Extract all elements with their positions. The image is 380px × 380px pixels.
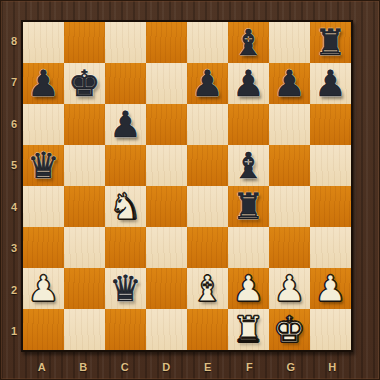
square-h7[interactable]: ♟ (310, 63, 351, 104)
white-king[interactable]: ♚ (269, 309, 310, 350)
square-c5[interactable] (105, 145, 146, 186)
square-b5[interactable] (64, 145, 105, 186)
square-d3[interactable] (146, 227, 187, 268)
square-d6[interactable] (146, 104, 187, 145)
square-h6[interactable] (310, 104, 351, 145)
square-f8[interactable]: ♝ (228, 22, 269, 63)
rank-label-4: 4 (1, 186, 21, 228)
black-queen[interactable]: ♛ (105, 268, 146, 309)
square-g6[interactable] (269, 104, 310, 145)
square-h3[interactable] (310, 227, 351, 268)
rank-label-1: 1 (1, 311, 21, 353)
black-pawn[interactable]: ♟ (105, 104, 146, 145)
square-h5[interactable] (310, 145, 351, 186)
square-c1[interactable] (105, 309, 146, 350)
file-label-f: F (229, 352, 271, 380)
file-label-d: D (146, 352, 188, 380)
square-b7[interactable]: ♚ (64, 63, 105, 104)
square-f4[interactable]: ♜ (228, 186, 269, 227)
square-b4[interactable] (64, 186, 105, 227)
square-d8[interactable] (146, 22, 187, 63)
square-f1[interactable]: ♜ (228, 309, 269, 350)
square-g7[interactable]: ♟ (269, 63, 310, 104)
square-e4[interactable] (187, 186, 228, 227)
square-b3[interactable] (64, 227, 105, 268)
square-b1[interactable] (64, 309, 105, 350)
square-f5[interactable]: ♝ (228, 145, 269, 186)
square-g8[interactable] (269, 22, 310, 63)
rank-labels: 87654321 (1, 20, 21, 352)
file-label-e: E (187, 352, 229, 380)
square-g3[interactable] (269, 227, 310, 268)
white-pawn[interactable]: ♟ (269, 268, 310, 309)
square-c4[interactable]: ♞ (105, 186, 146, 227)
black-pawn[interactable]: ♟ (23, 63, 64, 104)
square-e8[interactable] (187, 22, 228, 63)
square-e7[interactable]: ♟ (187, 63, 228, 104)
square-c2[interactable]: ♛ (105, 268, 146, 309)
black-bishop[interactable]: ♝ (228, 22, 269, 63)
rank-label-6: 6 (1, 103, 21, 145)
square-a2[interactable]: ♟ (23, 268, 64, 309)
square-g1[interactable]: ♚ (269, 309, 310, 350)
file-label-a: A (21, 352, 63, 380)
file-label-h: H (312, 352, 354, 380)
black-rook[interactable]: ♜ (228, 186, 269, 227)
square-h2[interactable]: ♟ (310, 268, 351, 309)
square-g5[interactable] (269, 145, 310, 186)
square-f2[interactable]: ♟ (228, 268, 269, 309)
square-e2[interactable]: ♝ (187, 268, 228, 309)
black-pawn[interactable]: ♟ (269, 63, 310, 104)
square-a3[interactable] (23, 227, 64, 268)
black-queen[interactable]: ♛ (23, 145, 64, 186)
square-d4[interactable] (146, 186, 187, 227)
square-e5[interactable] (187, 145, 228, 186)
square-e1[interactable] (187, 309, 228, 350)
square-b2[interactable] (64, 268, 105, 309)
square-e6[interactable] (187, 104, 228, 145)
square-e3[interactable] (187, 227, 228, 268)
file-label-c: C (104, 352, 146, 380)
square-d1[interactable] (146, 309, 187, 350)
square-b8[interactable] (64, 22, 105, 63)
file-label-g: G (270, 352, 312, 380)
white-pawn[interactable]: ♟ (310, 268, 351, 309)
square-a8[interactable] (23, 22, 64, 63)
square-c8[interactable] (105, 22, 146, 63)
chessboard-frame: 87654321 ♝♜♟♚♟♟♟♟♟♛♝♞♜♟♛♝♟♟♟♜♚ ABCDEFGH (0, 0, 380, 380)
square-f6[interactable] (228, 104, 269, 145)
rank-label-5: 5 (1, 145, 21, 187)
square-d5[interactable] (146, 145, 187, 186)
file-labels: ABCDEFGH (21, 352, 353, 380)
square-f3[interactable] (228, 227, 269, 268)
square-c3[interactable] (105, 227, 146, 268)
black-rook[interactable]: ♜ (310, 22, 351, 63)
black-bishop[interactable]: ♝ (228, 145, 269, 186)
square-a5[interactable]: ♛ (23, 145, 64, 186)
file-label-b: B (63, 352, 105, 380)
black-pawn[interactable]: ♟ (310, 63, 351, 104)
chess-board: ♝♜♟♚♟♟♟♟♟♛♝♞♜♟♛♝♟♟♟♜♚ (21, 20, 353, 352)
white-pawn[interactable]: ♟ (23, 268, 64, 309)
square-a1[interactable] (23, 309, 64, 350)
square-d2[interactable] (146, 268, 187, 309)
square-g2[interactable]: ♟ (269, 268, 310, 309)
square-a7[interactable]: ♟ (23, 63, 64, 104)
square-h4[interactable] (310, 186, 351, 227)
square-c6[interactable]: ♟ (105, 104, 146, 145)
square-c7[interactable] (105, 63, 146, 104)
rank-label-8: 8 (1, 20, 21, 62)
square-a4[interactable] (23, 186, 64, 227)
white-rook[interactable]: ♜ (228, 309, 269, 350)
square-d7[interactable] (146, 63, 187, 104)
square-h8[interactable]: ♜ (310, 22, 351, 63)
square-h1[interactable] (310, 309, 351, 350)
black-pawn[interactable]: ♟ (228, 63, 269, 104)
square-g4[interactable] (269, 186, 310, 227)
square-f7[interactable]: ♟ (228, 63, 269, 104)
white-pawn[interactable]: ♟ (228, 268, 269, 309)
rank-label-7: 7 (1, 62, 21, 104)
rank-label-3: 3 (1, 228, 21, 270)
square-a6[interactable] (23, 104, 64, 145)
white-bishop[interactable]: ♝ (187, 268, 228, 309)
black-pawn[interactable]: ♟ (187, 63, 228, 104)
black-king[interactable]: ♚ (64, 63, 105, 104)
square-b6[interactable] (64, 104, 105, 145)
rank-label-2: 2 (1, 269, 21, 311)
white-knight[interactable]: ♞ (105, 186, 146, 227)
